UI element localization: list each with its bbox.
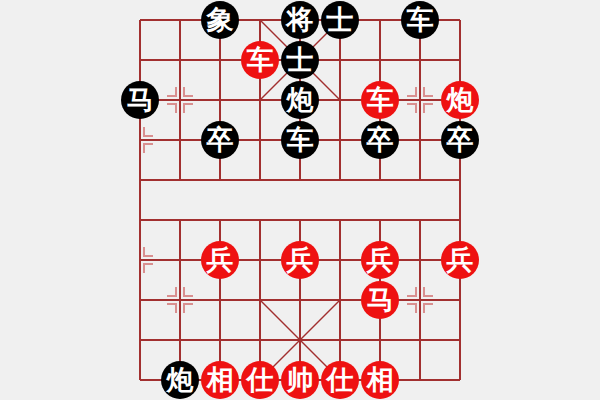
board-point-4-2: 车 <box>240 40 280 80</box>
piece-black-advisor[interactable]: 士 <box>321 1 359 39</box>
piece-black-chariot[interactable]: 车 <box>401 1 439 39</box>
board-point-5-3: 炮 <box>280 80 320 120</box>
board-point-6-10: 仕 <box>320 360 360 400</box>
board-point-7-4: 卒 <box>360 120 400 160</box>
board-point-5-4: 车 <box>280 120 320 160</box>
board-point-5-10: 帅 <box>280 360 320 400</box>
board-point-3-4: 卒 <box>200 120 240 160</box>
piece-black-advisor[interactable]: 士 <box>281 41 319 79</box>
board-point-7-10: 相 <box>360 360 400 400</box>
board-point-7-3: 车 <box>360 80 400 120</box>
xiangqi-app: 象将士车车士马炮车炮卒车卒卒兵兵兵兵马炮相仕帅仕相 <box>0 0 600 400</box>
piece-red-elephant[interactable]: 相 <box>361 361 399 399</box>
board-point-3-10: 相 <box>200 360 240 400</box>
board-point-3-1: 象 <box>200 0 240 40</box>
piece-black-chariot[interactable]: 车 <box>281 121 319 159</box>
piece-red-soldier[interactable]: 兵 <box>361 241 399 279</box>
board-point-5-7: 兵 <box>280 240 320 280</box>
board-point-9-4: 卒 <box>440 120 480 160</box>
board-point-4-10: 仕 <box>240 360 280 400</box>
piece-red-soldier[interactable]: 兵 <box>281 241 319 279</box>
piece-red-soldier[interactable]: 兵 <box>441 241 479 279</box>
piece-black-general[interactable]: 将 <box>281 1 319 39</box>
piece-red-advisor[interactable]: 仕 <box>241 361 279 399</box>
board-point-3-7: 兵 <box>200 240 240 280</box>
board-point-9-3: 炮 <box>440 80 480 120</box>
board-point-2-10: 炮 <box>160 360 200 400</box>
xiangqi-board: 象将士车车士马炮车炮卒车卒卒兵兵兵兵马炮相仕帅仕相 <box>120 0 480 400</box>
board-point-7-7: 兵 <box>360 240 400 280</box>
piece-red-advisor[interactable]: 仕 <box>321 361 359 399</box>
piece-black-soldier[interactable]: 卒 <box>201 121 239 159</box>
board-point-1-3: 马 <box>120 80 160 120</box>
board-point-5-2: 士 <box>280 40 320 80</box>
board-point-9-7: 兵 <box>440 240 480 280</box>
piece-black-horse[interactable]: 马 <box>121 81 159 119</box>
piece-black-cannon[interactable]: 炮 <box>281 81 319 119</box>
piece-red-horse[interactable]: 马 <box>361 281 399 319</box>
piece-red-general[interactable]: 帅 <box>281 361 319 399</box>
piece-red-cannon[interactable]: 炮 <box>441 81 479 119</box>
piece-black-elephant[interactable]: 象 <box>201 1 239 39</box>
piece-red-chariot[interactable]: 车 <box>361 81 399 119</box>
piece-black-soldier[interactable]: 卒 <box>361 121 399 159</box>
piece-red-elephant[interactable]: 相 <box>201 361 239 399</box>
board-point-7-8: 马 <box>360 280 400 320</box>
board-point-8-1: 车 <box>400 0 440 40</box>
board-point-6-1: 士 <box>320 0 360 40</box>
board-point-5-1: 将 <box>280 0 320 40</box>
piece-red-chariot[interactable]: 车 <box>241 41 279 79</box>
piece-black-cannon[interactable]: 炮 <box>161 361 199 399</box>
piece-red-soldier[interactable]: 兵 <box>201 241 239 279</box>
piece-black-soldier[interactable]: 卒 <box>441 121 479 159</box>
